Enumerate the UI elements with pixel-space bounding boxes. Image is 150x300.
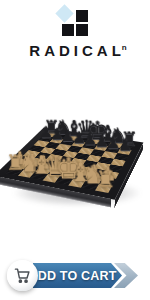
add-to-cart-button[interactable]: ADD TO CART	[7, 257, 143, 293]
product-photo: ♜♞♝♛♚♝♞♜♟♟♟♟♟♟♟♟♟♟♟♟♟♟♟♟♜♞♝♛♚♝♞♜	[0, 92, 150, 242]
brand-logo-mark	[62, 10, 88, 36]
product-card: RADICALn ♜♞♝♛♚♝♞♜♟♟♟♟♟♟♟♟♟♟♟♟♟♟♟♟♜♞♝♛♚♝♞…	[0, 0, 150, 300]
brand-superscript: n	[122, 43, 127, 52]
square	[114, 153, 129, 161]
piece-black-knight: ♞	[109, 125, 121, 146]
cart-badge	[7, 260, 38, 291]
logo-square-icon	[76, 10, 88, 22]
add-to-cart-ribbon: ADD TO CART	[33, 263, 122, 288]
piece-black-king: ♚	[86, 117, 98, 142]
logo-square-icon	[76, 24, 88, 36]
piece-black-rook: ♜	[120, 129, 132, 148]
piece-black-bishop: ♝	[64, 118, 75, 139]
piece-white-pawn: ♟	[12, 150, 25, 168]
brand-name: RADICALn	[0, 42, 150, 59]
brand-logo: RADICALn	[0, 10, 150, 59]
shopping-cart-icon	[14, 267, 31, 284]
piece-black-knight: ♞	[54, 117, 65, 137]
logo-square-icon	[62, 24, 74, 36]
square	[107, 164, 123, 172]
piece-black-queen: ♛	[75, 117, 87, 141]
brand-name-text: RADICAL	[29, 42, 125, 59]
chess-board: ♜♞♝♛♚♝♞♜♟♟♟♟♟♟♟♟♟♟♟♟♟♟♟♟♜♞♝♛♚♝♞♜	[0, 127, 143, 199]
piece-black-rook: ♜	[43, 118, 54, 136]
logo-diamond-icon	[55, 4, 73, 22]
logo-diamond-cell	[62, 10, 74, 22]
square: ♜	[95, 183, 113, 193]
piece-black-bishop: ♝	[97, 123, 109, 145]
photo-scene: ♜♞♝♛♚♝♞♜♟♟♟♟♟♟♟♟♟♟♟♟♟♟♟♟♜♞♝♛♚♝♞♜	[0, 92, 150, 242]
add-to-cart-label: ADD TO CART	[28, 269, 116, 283]
